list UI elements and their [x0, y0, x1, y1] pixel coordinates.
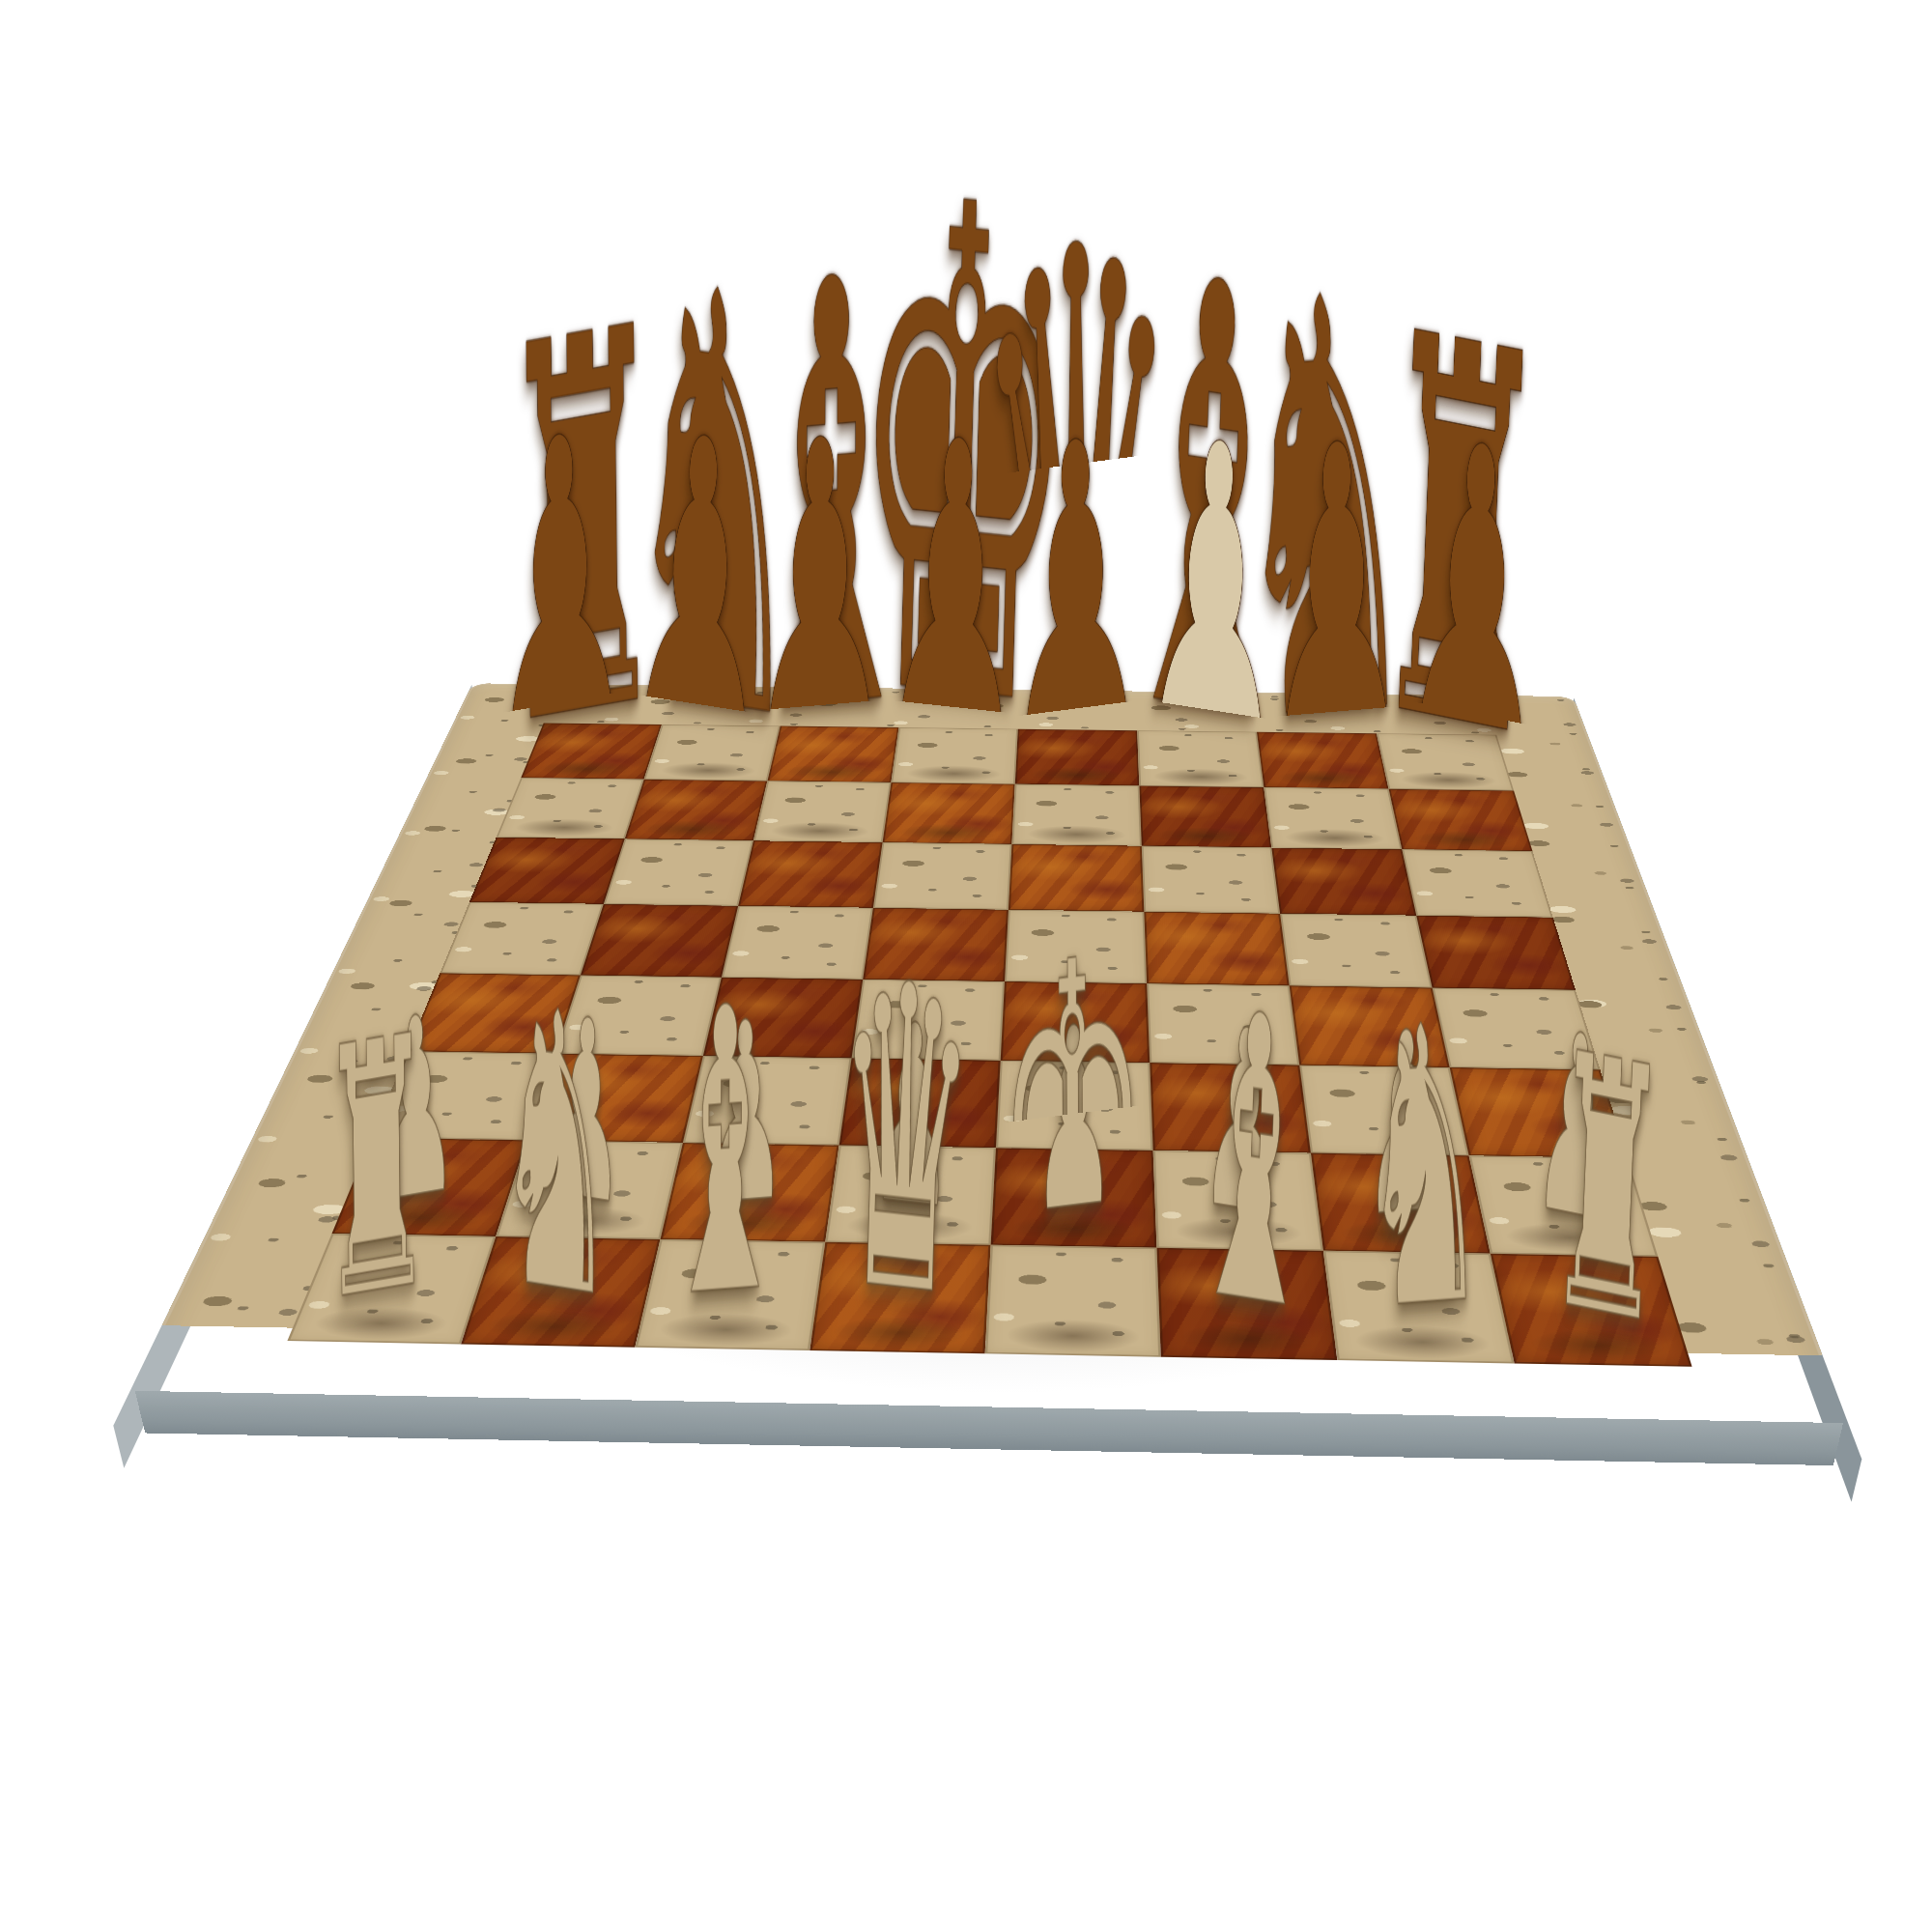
piece-black-pawn-h7[interactable]: ♟: [1388, 385, 1562, 861]
piece-white-bishop-f1[interactable]: ♝: [1183, 966, 1326, 1359]
square-h7[interactable]: ♟: [1389, 789, 1533, 851]
square-e1[interactable]: ♚: [985, 1245, 1161, 1357]
piece-white-knight-g1[interactable]: ♞: [1360, 982, 1489, 1356]
square-b1[interactable]: ♞: [461, 1236, 660, 1348]
square-h1[interactable]: ♜: [1491, 1254, 1692, 1367]
piece-white-king-e1[interactable]: ♚: [996, 907, 1148, 1353]
square-e7[interactable]: ♟: [1011, 784, 1141, 846]
piece-white-queen-d1[interactable]: ♛: [829, 936, 979, 1350]
square-g1[interactable]: ♞: [1323, 1251, 1515, 1364]
square-g6[interactable]: [1271, 848, 1416, 916]
chess-set-photo: ♜♞♝♚♛♝♞♜♟♟♟♟♟♟♟♟♟♟♟♟♟♟♟♟♜♞♝♛♚♝♞♜ Product…: [39, 15, 1932, 1932]
square-b6[interactable]: [604, 838, 753, 905]
piece-white-rook-h1[interactable]: ♜: [1543, 1012, 1672, 1366]
square-f1[interactable]: ♝: [1156, 1248, 1337, 1360]
square-g7[interactable]: ♟: [1264, 787, 1402, 849]
square-d7[interactable]: ♟: [883, 782, 1015, 844]
board-squares: ♜♞♝♚♛♝♞♜♟♟♟♟♟♟♟♟♟♟♟♟♟♟♟♟♜♞♝♛♚♝♞♜: [287, 724, 1691, 1367]
square-d1[interactable]: ♛: [810, 1242, 990, 1353]
piece-white-bishop-c1[interactable]: ♝: [660, 962, 790, 1344]
piece-white-rook-a1[interactable]: ♜: [318, 996, 435, 1343]
square-h6[interactable]: [1402, 849, 1552, 917]
square-c1[interactable]: ♝: [635, 1239, 825, 1350]
square-f7[interactable]: ♟: [1139, 785, 1271, 847]
piece-white-knight-b1[interactable]: ♞: [488, 966, 625, 1346]
